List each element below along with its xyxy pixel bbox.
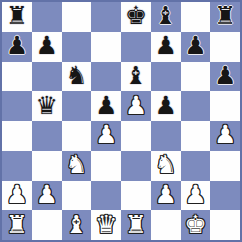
piece-white-pawn[interactable]: ♟ [184,182,206,207]
square-e2[interactable] [121,181,151,211]
square-d6[interactable] [91,62,121,92]
piece-white-pawn[interactable]: ♟ [125,93,147,118]
square-d1[interactable]: ♛ [91,210,121,240]
square-a1[interactable]: ♜ [2,210,32,240]
square-e1[interactable]: ♜ [121,210,151,240]
square-e5[interactable]: ♟ [121,91,151,121]
square-h6[interactable]: ♟ [210,62,240,92]
piece-white-bishop[interactable]: ♝ [65,212,87,237]
square-e6[interactable]: ♝ [121,62,151,92]
piece-white-pawn[interactable]: ♟ [6,182,28,207]
piece-white-rook[interactable]: ♜ [6,212,28,237]
square-d7[interactable] [91,32,121,62]
square-d8[interactable] [91,2,121,32]
piece-black-queen[interactable]: ♛ [35,93,57,118]
square-h7[interactable] [210,32,240,62]
square-b4[interactable] [32,121,62,151]
square-g2[interactable]: ♟ [181,181,211,211]
square-f4[interactable] [151,121,181,151]
square-f5[interactable]: ♟ [151,91,181,121]
square-b5[interactable]: ♛ [32,91,62,121]
square-f1[interactable] [151,210,181,240]
square-a3[interactable] [2,151,32,181]
piece-white-knight[interactable]: ♞ [154,152,176,177]
piece-black-pawn[interactable]: ♟ [154,33,176,58]
square-c7[interactable] [62,32,92,62]
square-a8[interactable]: ♜ [2,2,32,32]
piece-black-king[interactable]: ♚ [125,3,147,28]
square-a6[interactable] [2,62,32,92]
piece-black-knight[interactable]: ♞ [65,63,87,88]
square-b6[interactable] [32,62,62,92]
piece-black-pawn[interactable]: ♟ [184,33,206,58]
square-c4[interactable] [62,121,92,151]
piece-black-pawn[interactable]: ♟ [6,33,28,58]
square-c8[interactable] [62,2,92,32]
square-c5[interactable] [62,91,92,121]
square-g3[interactable] [181,151,211,181]
square-c6[interactable]: ♞ [62,62,92,92]
piece-black-rook[interactable]: ♜ [214,3,236,28]
square-e4[interactable] [121,121,151,151]
square-g6[interactable] [181,62,211,92]
square-a5[interactable] [2,91,32,121]
square-g8[interactable] [181,2,211,32]
square-h8[interactable]: ♜ [210,2,240,32]
square-e3[interactable] [121,151,151,181]
square-g1[interactable]: ♚ [181,210,211,240]
square-a4[interactable] [2,121,32,151]
chess-board-container: ♜♚♝♜♟♟♟♟♞♝♟♛♟♟♟♟♟♞♞♟♟♟♟♜♝♛♜♚ [0,0,242,242]
piece-black-pawn[interactable]: ♟ [35,33,57,58]
square-a7[interactable]: ♟ [2,32,32,62]
piece-white-pawn[interactable]: ♟ [95,122,117,147]
piece-white-rook[interactable]: ♜ [125,212,147,237]
piece-white-pawn[interactable]: ♟ [214,122,236,147]
square-b2[interactable]: ♟ [32,181,62,211]
square-a2[interactable]: ♟ [2,181,32,211]
square-f6[interactable] [151,62,181,92]
square-g4[interactable] [181,121,211,151]
square-g7[interactable]: ♟ [181,32,211,62]
piece-black-rook[interactable]: ♜ [6,3,28,28]
square-e7[interactable] [121,32,151,62]
piece-white-pawn[interactable]: ♟ [35,182,57,207]
piece-white-pawn[interactable]: ♟ [154,182,176,207]
square-b3[interactable] [32,151,62,181]
square-e8[interactable]: ♚ [121,2,151,32]
square-g5[interactable] [181,91,211,121]
piece-black-pawn[interactable]: ♟ [214,63,236,88]
square-c1[interactable]: ♝ [62,210,92,240]
piece-black-bishop[interactable]: ♝ [125,63,147,88]
square-f2[interactable]: ♟ [151,181,181,211]
square-f3[interactable]: ♞ [151,151,181,181]
piece-white-queen[interactable]: ♛ [95,212,117,237]
square-h1[interactable] [210,210,240,240]
piece-white-knight[interactable]: ♞ [65,152,87,177]
chess-board: ♜♚♝♜♟♟♟♟♞♝♟♛♟♟♟♟♟♞♞♟♟♟♟♜♝♛♜♚ [0,0,242,242]
square-f7[interactable]: ♟ [151,32,181,62]
square-b7[interactable]: ♟ [32,32,62,62]
piece-black-bishop[interactable]: ♝ [154,3,176,28]
square-f8[interactable]: ♝ [151,2,181,32]
square-d5[interactable]: ♟ [91,91,121,121]
square-h4[interactable]: ♟ [210,121,240,151]
piece-black-pawn[interactable]: ♟ [95,93,117,118]
square-h5[interactable] [210,91,240,121]
square-c2[interactable] [62,181,92,211]
piece-black-pawn[interactable]: ♟ [154,93,176,118]
square-b1[interactable] [32,210,62,240]
square-d2[interactable] [91,181,121,211]
square-h2[interactable] [210,181,240,211]
square-d3[interactable] [91,151,121,181]
square-b8[interactable] [32,2,62,32]
piece-white-king[interactable]: ♚ [184,212,206,237]
square-h3[interactable] [210,151,240,181]
square-c3[interactable]: ♞ [62,151,92,181]
square-d4[interactable]: ♟ [91,121,121,151]
